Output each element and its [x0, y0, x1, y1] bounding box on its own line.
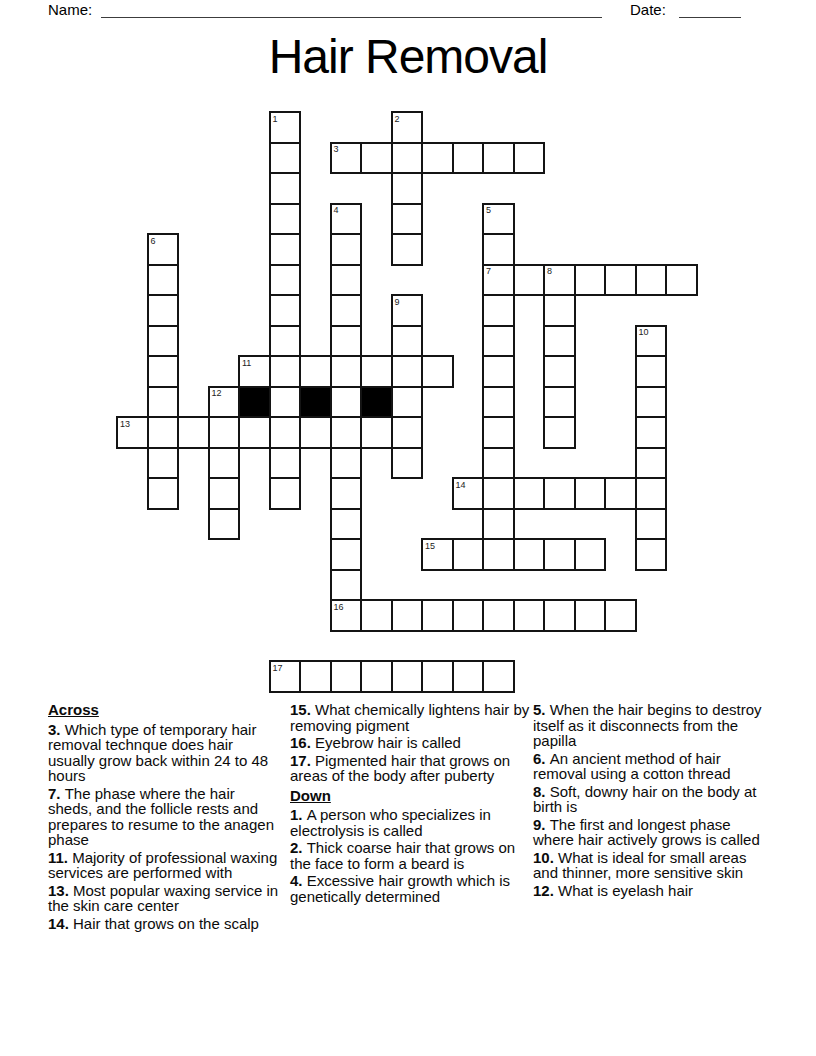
grid-cell-r12c13[interactable]: [513, 477, 546, 510]
grid-cell-r16c8[interactable]: [360, 599, 393, 632]
grid-cell-r16c9[interactable]: [391, 599, 424, 632]
grid-cell-r10c8[interactable]: [360, 416, 393, 449]
grid-cell-r2c5[interactable]: [269, 172, 302, 205]
grid-cell-r4c12[interactable]: [482, 233, 515, 266]
grid-cell-r14c10[interactable]: 15: [421, 538, 454, 571]
cell-number-3: 3: [334, 144, 339, 154]
grid-cell-r0c5[interactable]: 1: [269, 111, 302, 144]
grid-cell-r18c11[interactable]: [452, 660, 485, 693]
cell-number-8: 8: [547, 266, 552, 276]
grid-cell-r5c16[interactable]: [604, 264, 637, 297]
grid-cell-r9c9[interactable]: [391, 386, 424, 419]
clue-number: 15.: [290, 701, 315, 718]
clue-12: 12. What is eyelash hair: [533, 883, 773, 899]
grid-cell-r3c7[interactable]: 4: [330, 203, 363, 236]
grid-cell-r5c12[interactable]: 7: [482, 264, 515, 297]
grid-cell-r14c14[interactable]: [543, 538, 576, 571]
grid-cell-r12c3[interactable]: [208, 477, 241, 510]
grid-cell-r16c11[interactable]: [452, 599, 485, 632]
grid-cell-r12c5[interactable]: [269, 477, 302, 510]
grid-cell-r16c16[interactable]: [604, 599, 637, 632]
clue-number: 12.: [533, 882, 558, 899]
grid-cell-r16c7[interactable]: 16: [330, 599, 363, 632]
grid-cell-r8c10[interactable]: [421, 355, 454, 388]
clue-number: 6.: [533, 750, 550, 767]
grid-cell-r12c1[interactable]: [147, 477, 180, 510]
cell-number-7: 7: [486, 266, 491, 276]
grid-cell-r10c0[interactable]: 13: [116, 416, 149, 449]
grid-cell-r15c7[interactable]: [330, 569, 363, 602]
cell-number-10: 10: [639, 327, 649, 337]
grid-cell-r10c2[interactable]: [177, 416, 210, 449]
grid-cell-r8c7[interactable]: [330, 355, 363, 388]
grid-cell-r7c5[interactable]: [269, 325, 302, 358]
clue-number: 17.: [290, 752, 315, 769]
grid-cell-r13c7[interactable]: [330, 508, 363, 541]
grid-cell-r8c5[interactable]: [269, 355, 302, 388]
grid-cell-r16c14[interactable]: [543, 599, 576, 632]
grid-cell-r5c14[interactable]: 8: [543, 264, 576, 297]
crossword-grid: 1234567891011121314151617: [0, 0, 816, 700]
grid-cell-r16c13[interactable]: [513, 599, 546, 632]
grid-cell-r9c5[interactable]: [269, 386, 302, 419]
grid-cell-r1c9[interactable]: [391, 142, 424, 175]
clue-7: 7. The phase where the hair sheds, and t…: [48, 786, 282, 848]
grid-cell-r14c12[interactable]: [482, 538, 515, 571]
grid-cell-r13c12[interactable]: [482, 508, 515, 541]
clue-number: 14.: [48, 915, 73, 932]
clue-8: 8. Soft, downy hair on the body at birth…: [533, 784, 773, 815]
grid-cell-r9c12[interactable]: [482, 386, 515, 419]
grid-cell-r1c10[interactable]: [421, 142, 454, 175]
grid-cell-r10c14[interactable]: [543, 416, 576, 449]
grid-cell-r11c7[interactable]: [330, 447, 363, 480]
grid-cell-r8c8[interactable]: [360, 355, 393, 388]
clue-3: 3. Which type of temporary hair removal …: [48, 722, 282, 784]
clue-column-2: 15. What chemically lightens hair by rem…: [290, 702, 530, 906]
grid-cell-r9c14[interactable]: [543, 386, 576, 419]
grid-cell-r10c9[interactable]: [391, 416, 424, 449]
grid-cell-r8c17[interactable]: [635, 355, 668, 388]
clue-14: 14. Hair that grows on the scalp: [48, 916, 282, 932]
black-cell-r9c8: [360, 386, 393, 419]
grid-cell-r18c7[interactable]: [330, 660, 363, 693]
clue-number: 13.: [48, 882, 73, 899]
clue-column-1: Across3. Which type of temporary hair re…: [48, 702, 282, 933]
grid-cell-r1c13[interactable]: [513, 142, 546, 175]
grid-cell-r10c17[interactable]: [635, 416, 668, 449]
grid-cell-r3c12[interactable]: 5: [482, 203, 515, 236]
cell-number-4: 4: [334, 205, 339, 215]
grid-cell-r12c15[interactable]: [574, 477, 607, 510]
grid-cell-r5c1[interactable]: [147, 264, 180, 297]
grid-cell-r18c6[interactable]: [299, 660, 332, 693]
cell-number-17: 17: [273, 663, 283, 673]
grid-cell-r6c9[interactable]: 9: [391, 294, 424, 327]
grid-cell-r13c3[interactable]: [208, 508, 241, 541]
grid-cell-r12c12[interactable]: [482, 477, 515, 510]
grid-cell-r11c9[interactable]: [391, 447, 424, 480]
grid-cell-r10c12[interactable]: [482, 416, 515, 449]
clue-number: 10.: [533, 849, 558, 866]
clue-number: 2.: [290, 839, 307, 856]
cell-number-1: 1: [273, 114, 278, 124]
grid-cell-r0c9[interactable]: 2: [391, 111, 424, 144]
clue-4: 4. Excessive hair growth which is geneti…: [290, 873, 530, 904]
grid-cell-r7c12[interactable]: [482, 325, 515, 358]
black-cell-r9c6: [299, 386, 332, 419]
grid-cell-r16c10[interactable]: [421, 599, 454, 632]
clue-number: 8.: [533, 783, 550, 800]
grid-cell-r8c1[interactable]: [147, 355, 180, 388]
grid-cell-r1c5[interactable]: [269, 142, 302, 175]
clue-column-3: 5. When the hair begins to destroy itsel…: [533, 702, 773, 900]
grid-cell-r1c7[interactable]: 3: [330, 142, 363, 175]
grid-cell-r11c5[interactable]: [269, 447, 302, 480]
grid-cell-r7c14[interactable]: [543, 325, 576, 358]
clue-13: 13. Most popular waxing service in the s…: [48, 883, 282, 914]
clue-5: 5. When the hair begins to destroy itsel…: [533, 702, 773, 749]
grid-cell-r10c4[interactable]: [238, 416, 271, 449]
grid-cell-r13c17[interactable]: [635, 508, 668, 541]
clue-17: 17. Pigmented hair that grows on areas o…: [290, 753, 530, 784]
clue-number: 9.: [533, 816, 550, 833]
grid-cell-r5c5[interactable]: [269, 264, 302, 297]
grid-cell-r6c5[interactable]: [269, 294, 302, 327]
grid-cell-r3c5[interactable]: [269, 203, 302, 236]
clue-1: 1. A person who specializes in electroly…: [290, 807, 530, 838]
grid-cell-r18c12[interactable]: [482, 660, 515, 693]
grid-cell-r11c12[interactable]: [482, 447, 515, 480]
grid-cell-r11c3[interactable]: [208, 447, 241, 480]
grid-cell-r6c14[interactable]: [543, 294, 576, 327]
grid-cell-r10c7[interactable]: [330, 416, 363, 449]
grid-cell-r7c9[interactable]: [391, 325, 424, 358]
grid-cell-r9c3[interactable]: 12: [208, 386, 241, 419]
grid-cell-r5c15[interactable]: [574, 264, 607, 297]
grid-cell-r9c1[interactable]: [147, 386, 180, 419]
cell-number-12: 12: [212, 388, 222, 398]
grid-cell-r1c11[interactable]: [452, 142, 485, 175]
grid-cell-r9c17[interactable]: [635, 386, 668, 419]
grid-cell-r8c12[interactable]: [482, 355, 515, 388]
cell-number-14: 14: [456, 480, 466, 490]
grid-cell-r6c7[interactable]: [330, 294, 363, 327]
black-cell-r9c4: [238, 386, 271, 419]
grid-cell-r10c5[interactable]: [269, 416, 302, 449]
grid-cell-r10c6[interactable]: [299, 416, 332, 449]
grid-cell-r4c7[interactable]: [330, 233, 363, 266]
clue-11: 11. Majority of professional waxing serv…: [48, 850, 282, 881]
grid-cell-r18c8[interactable]: [360, 660, 393, 693]
grid-cell-r9c7[interactable]: [330, 386, 363, 419]
grid-cell-r12c7[interactable]: [330, 477, 363, 510]
grid-cell-r10c3[interactable]: [208, 416, 241, 449]
grid-cell-r1c8[interactable]: [360, 142, 393, 175]
clue-number: 3.: [48, 721, 65, 738]
clue-number: 16.: [290, 734, 315, 751]
clue-6: 6. An ancient method of hair removal usi…: [533, 751, 773, 782]
grid-cell-r5c7[interactable]: [330, 264, 363, 297]
cell-number-13: 13: [120, 419, 130, 429]
grid-cell-r8c14[interactable]: [543, 355, 576, 388]
grid-cell-r4c5[interactable]: [269, 233, 302, 266]
grid-cell-r14c17[interactable]: [635, 538, 668, 571]
grid-cell-r4c1[interactable]: 6: [147, 233, 180, 266]
grid-cell-r8c9[interactable]: [391, 355, 424, 388]
grid-cell-r2c9[interactable]: [391, 172, 424, 205]
grid-cell-r3c9[interactable]: [391, 203, 424, 236]
grid-cell-r18c9[interactable]: [391, 660, 424, 693]
cell-number-5: 5: [486, 205, 491, 215]
grid-cell-r1c12[interactable]: [482, 142, 515, 175]
grid-cell-r14c7[interactable]: [330, 538, 363, 571]
cell-number-16: 16: [334, 602, 344, 612]
grid-cell-r12c11[interactable]: 14: [452, 477, 485, 510]
cell-number-9: 9: [395, 297, 400, 307]
grid-cell-r8c4[interactable]: 11: [238, 355, 271, 388]
grid-cell-r16c12[interactable]: [482, 599, 515, 632]
clue-section-header-down: Down: [290, 788, 530, 804]
clue-15: 15. What chemically lightens hair by rem…: [290, 702, 530, 733]
clue-number: 7.: [48, 785, 65, 802]
grid-cell-r16c15[interactable]: [574, 599, 607, 632]
cell-number-2: 2: [395, 114, 400, 124]
grid-cell-r5c13[interactable]: [513, 264, 546, 297]
grid-cell-r12c14[interactable]: [543, 477, 576, 510]
cell-number-11: 11: [242, 358, 251, 368]
clue-number: 1.: [290, 806, 307, 823]
grid-cell-r14c11[interactable]: [452, 538, 485, 571]
clue-2: 2. Thick coarse hair that grows on the f…: [290, 840, 530, 871]
clue-9: 9. The first and longest phase where hai…: [533, 817, 773, 848]
grid-cell-r12c16[interactable]: [604, 477, 637, 510]
clue-16: 16. Eyebrow hair is called: [290, 735, 530, 751]
grid-cell-r14c13[interactable]: [513, 538, 546, 571]
grid-cell-r7c7[interactable]: [330, 325, 363, 358]
grid-cell-r12c17[interactable]: [635, 477, 668, 510]
clue-10: 10. What is ideal for small areas and th…: [533, 850, 773, 881]
cell-number-6: 6: [151, 236, 156, 246]
grid-cell-r18c10[interactable]: [421, 660, 454, 693]
grid-cell-r5c17[interactable]: [635, 264, 668, 297]
grid-cell-r7c1[interactable]: [147, 325, 180, 358]
grid-cell-r7c17[interactable]: 10: [635, 325, 668, 358]
clue-section-header-across: Across: [48, 702, 282, 718]
grid-cell-r4c9[interactable]: [391, 233, 424, 266]
grid-cell-r8c6[interactable]: [299, 355, 332, 388]
cell-number-15: 15: [425, 541, 435, 551]
grid-cell-r10c1[interactable]: [147, 416, 180, 449]
grid-cell-r18c5[interactable]: 17: [269, 660, 302, 693]
grid-cell-r11c17[interactable]: [635, 447, 668, 480]
clue-number: 5.: [533, 701, 550, 718]
grid-cell-r11c1[interactable]: [147, 447, 180, 480]
clue-number: 11.: [48, 849, 72, 866]
grid-cell-r6c12[interactable]: [482, 294, 515, 327]
grid-cell-r5c18[interactable]: [665, 264, 698, 297]
grid-cell-r14c15[interactable]: [574, 538, 607, 571]
clue-number: 4.: [290, 872, 307, 889]
grid-cell-r6c1[interactable]: [147, 294, 180, 327]
